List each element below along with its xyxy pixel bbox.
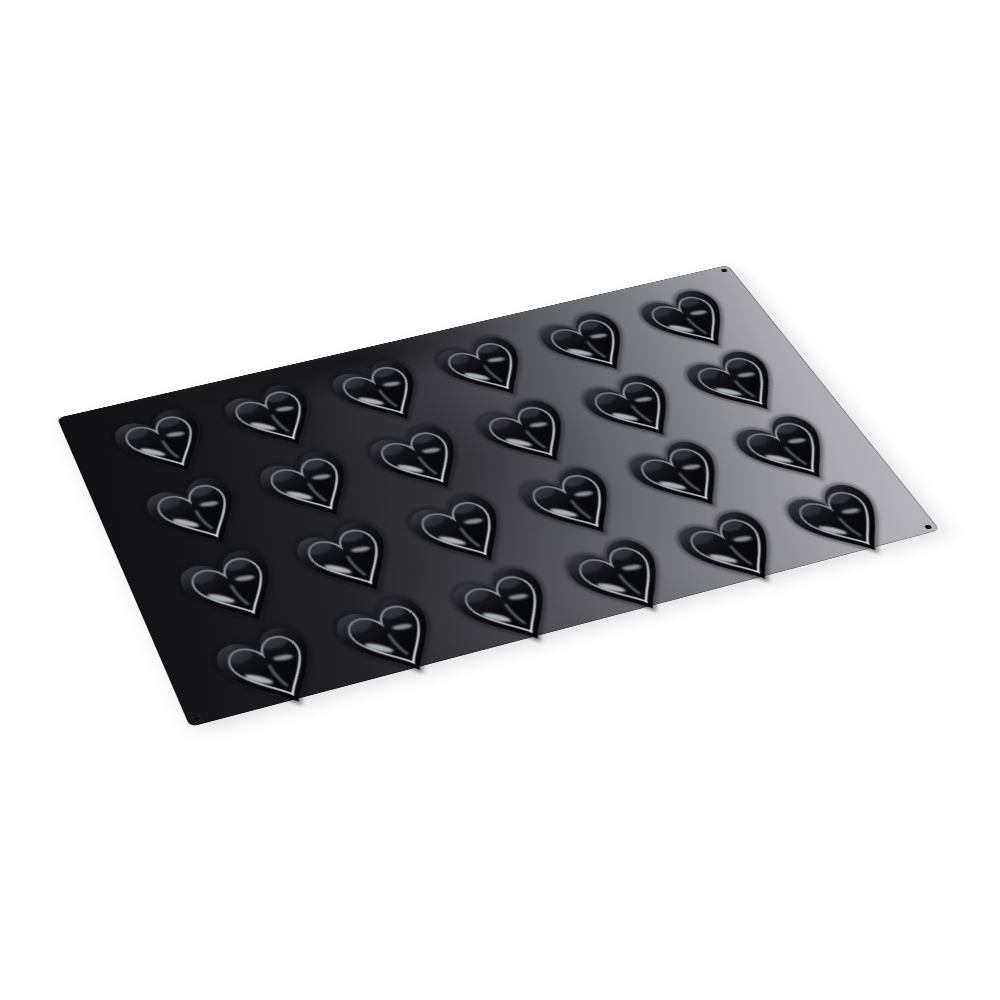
silicone-mold-sheet — [57, 265, 940, 727]
cavity-grid — [57, 265, 940, 727]
photo-canvas — [0, 0, 1000, 1000]
